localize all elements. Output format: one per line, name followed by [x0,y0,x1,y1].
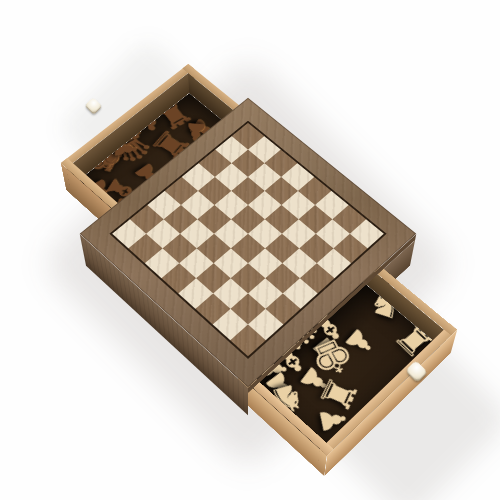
board-square [112,219,146,248]
board-square [232,123,265,150]
board-square [283,278,318,309]
board-square [214,191,248,219]
board-square [162,263,197,293]
board-square [231,234,265,263]
board-square [248,248,282,278]
board-square [248,309,283,340]
board-square [315,191,349,219]
board-square [282,248,316,278]
board-square [164,205,198,234]
board-square [264,150,297,177]
board-square [282,219,316,248]
board-square [248,191,282,219]
board-square [196,263,231,293]
board-square [281,163,314,191]
board-square [195,293,230,324]
board-square [248,278,283,309]
board-square [265,263,300,293]
board-square [213,278,248,309]
board-square [333,234,367,263]
board-square [179,248,213,278]
board-square [215,136,248,163]
board-square [178,278,213,309]
board-square [299,234,333,263]
product-photo: ♟♜♟♝♜♛♞♟♚♝♟♟♞♟♟♟ ♞♜♟♝♟♛♟♚♟♝♟♜♟♟♞♟ [0,0,500,500]
board-square [350,219,384,248]
board-square [180,219,214,248]
board-square [182,163,215,191]
board-square [248,163,281,191]
board-square [197,205,231,234]
board-square [145,248,179,278]
board-square [248,136,281,163]
board-square [300,263,335,293]
board-square [317,248,351,278]
board-square [147,191,181,219]
board-square [231,177,264,205]
board-square [282,191,316,219]
board-square [248,219,282,248]
board-square [213,309,248,340]
board-square [231,263,266,293]
board-square [232,150,265,177]
board-square [163,234,197,263]
board-square [265,205,299,234]
board-square [128,234,162,263]
board-square [316,219,350,248]
board-square [265,234,299,263]
board-square [299,205,333,234]
upper-drawer-knob [84,97,102,115]
board-square [146,219,180,248]
board-square [332,205,366,234]
board-square [215,163,248,191]
board-square [130,205,164,234]
board-square [198,177,231,205]
board-square [214,219,248,248]
board-square [230,293,265,324]
board-square [231,205,265,234]
board-square [266,293,301,324]
board-square [199,150,232,177]
board-square [265,177,298,205]
board-square [197,234,231,263]
board-square [214,248,248,278]
board-square [181,191,215,219]
board-square [230,324,266,356]
board-square [298,177,331,205]
board-square [165,177,198,205]
